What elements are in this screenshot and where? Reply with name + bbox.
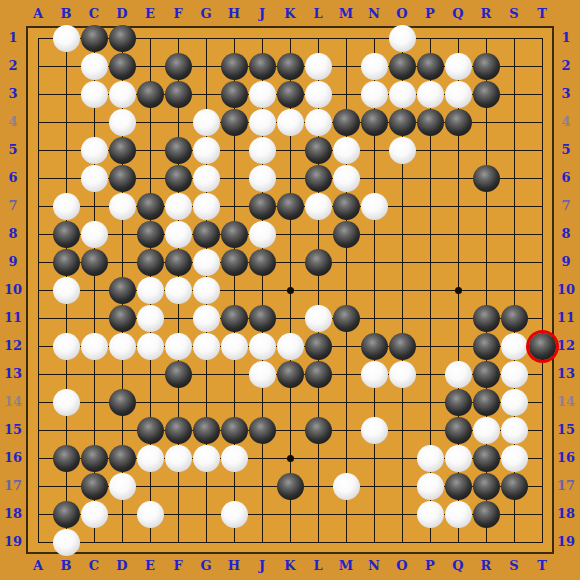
- stone-white[interactable]: [333, 137, 360, 164]
- intersection-S13[interactable]: [500, 360, 528, 388]
- intersection-C6[interactable]: [80, 164, 108, 192]
- stone-white[interactable]: [221, 501, 248, 528]
- stone-white[interactable]: [109, 193, 136, 220]
- intersection-F13[interactable]: [164, 360, 192, 388]
- stone-white[interactable]: [249, 109, 276, 136]
- stone-white[interactable]: [221, 333, 248, 360]
- intersection-Q16[interactable]: [444, 444, 472, 472]
- stone-black[interactable]: [137, 249, 164, 276]
- stone-black[interactable]: [137, 221, 164, 248]
- stone-white[interactable]: [249, 81, 276, 108]
- intersection-Q13[interactable]: [444, 360, 472, 388]
- intersection-R18[interactable]: [472, 500, 500, 528]
- stone-white[interactable]: [417, 81, 444, 108]
- stone-black[interactable]: [109, 137, 136, 164]
- intersection-N3[interactable]: [360, 80, 388, 108]
- intersection-C17[interactable]: [80, 472, 108, 500]
- intersection-D17[interactable]: [108, 472, 136, 500]
- intersection-F10[interactable]: [164, 276, 192, 304]
- intersection-C9[interactable]: [80, 248, 108, 276]
- intersection-E10[interactable]: [136, 276, 164, 304]
- intersection-F5[interactable]: [164, 136, 192, 164]
- intersection-O2[interactable]: [388, 52, 416, 80]
- stone-black[interactable]: [165, 53, 192, 80]
- intersection-D10[interactable]: [108, 276, 136, 304]
- intersection-G4[interactable]: [192, 108, 220, 136]
- stone-black[interactable]: [473, 473, 500, 500]
- stone-white[interactable]: [53, 529, 80, 556]
- stone-black[interactable]: [473, 305, 500, 332]
- intersection-N13[interactable]: [360, 360, 388, 388]
- intersection-C1[interactable]: [80, 24, 108, 52]
- intersection-Q4[interactable]: [444, 108, 472, 136]
- stone-white[interactable]: [109, 109, 136, 136]
- intersection-D7[interactable]: [108, 192, 136, 220]
- stone-white[interactable]: [305, 305, 332, 332]
- stone-black[interactable]: [473, 81, 500, 108]
- stone-white[interactable]: [361, 361, 388, 388]
- stone-white[interactable]: [53, 333, 80, 360]
- intersection-G11[interactable]: [192, 304, 220, 332]
- intersection-E18[interactable]: [136, 500, 164, 528]
- stone-black[interactable]: [277, 473, 304, 500]
- intersection-K2[interactable]: [276, 52, 304, 80]
- intersection-B16[interactable]: [52, 444, 80, 472]
- intersection-Q15[interactable]: [444, 416, 472, 444]
- intersection-S14[interactable]: [500, 388, 528, 416]
- intersection-P18[interactable]: [416, 500, 444, 528]
- intersection-C18[interactable]: [80, 500, 108, 528]
- stone-white[interactable]: [109, 81, 136, 108]
- stone-black[interactable]: [109, 389, 136, 416]
- stone-white[interactable]: [81, 501, 108, 528]
- intersection-K13[interactable]: [276, 360, 304, 388]
- stone-white[interactable]: [165, 221, 192, 248]
- intersection-E9[interactable]: [136, 248, 164, 276]
- stone-white[interactable]: [361, 417, 388, 444]
- stone-black[interactable]: [389, 109, 416, 136]
- stone-black[interactable]: [501, 473, 528, 500]
- stone-white[interactable]: [501, 445, 528, 472]
- intersection-R13[interactable]: [472, 360, 500, 388]
- stone-white[interactable]: [137, 305, 164, 332]
- stone-black[interactable]: [221, 417, 248, 444]
- intersection-R6[interactable]: [472, 164, 500, 192]
- stone-white[interactable]: [109, 333, 136, 360]
- intersection-D2[interactable]: [108, 52, 136, 80]
- stone-black[interactable]: [333, 109, 360, 136]
- stone-white[interactable]: [53, 193, 80, 220]
- intersection-S12[interactable]: [500, 332, 528, 360]
- intersection-B1[interactable]: [52, 24, 80, 52]
- stone-black[interactable]: [361, 109, 388, 136]
- stone-white[interactable]: [137, 501, 164, 528]
- stone-black[interactable]: [305, 137, 332, 164]
- stone-black[interactable]: [445, 473, 472, 500]
- intersection-G5[interactable]: [192, 136, 220, 164]
- stone-white[interactable]: [249, 361, 276, 388]
- intersection-N4[interactable]: [360, 108, 388, 136]
- intersection-R15[interactable]: [472, 416, 500, 444]
- intersection-S15[interactable]: [500, 416, 528, 444]
- intersection-N7[interactable]: [360, 192, 388, 220]
- stone-black[interactable]: [417, 109, 444, 136]
- stone-white[interactable]: [221, 445, 248, 472]
- stone-black[interactable]: [501, 305, 528, 332]
- intersection-J13[interactable]: [248, 360, 276, 388]
- intersection-T12[interactable]: [528, 332, 556, 360]
- intersection-J4[interactable]: [248, 108, 276, 136]
- intersection-H11[interactable]: [220, 304, 248, 332]
- intersection-P17[interactable]: [416, 472, 444, 500]
- stone-white[interactable]: [473, 417, 500, 444]
- stone-white[interactable]: [277, 109, 304, 136]
- intersection-R3[interactable]: [472, 80, 500, 108]
- intersection-B12[interactable]: [52, 332, 80, 360]
- stone-black[interactable]: [305, 417, 332, 444]
- intersection-R14[interactable]: [472, 388, 500, 416]
- intersection-C2[interactable]: [80, 52, 108, 80]
- stone-black[interactable]: [389, 333, 416, 360]
- intersection-J11[interactable]: [248, 304, 276, 332]
- stone-black[interactable]: [417, 53, 444, 80]
- stone-white[interactable]: [193, 193, 220, 220]
- stone-white[interactable]: [137, 445, 164, 472]
- intersection-O12[interactable]: [388, 332, 416, 360]
- intersection-B7[interactable]: [52, 192, 80, 220]
- intersection-K12[interactable]: [276, 332, 304, 360]
- stone-white[interactable]: [249, 333, 276, 360]
- intersection-M11[interactable]: [332, 304, 360, 332]
- stone-black[interactable]: [165, 165, 192, 192]
- intersection-G8[interactable]: [192, 220, 220, 248]
- intersection-C8[interactable]: [80, 220, 108, 248]
- stone-black[interactable]: [333, 221, 360, 248]
- stone-black-last-move[interactable]: [529, 333, 556, 360]
- intersection-S17[interactable]: [500, 472, 528, 500]
- intersection-D16[interactable]: [108, 444, 136, 472]
- intersection-P2[interactable]: [416, 52, 444, 80]
- stone-black[interactable]: [473, 501, 500, 528]
- stone-black[interactable]: [221, 109, 248, 136]
- stone-white[interactable]: [445, 53, 472, 80]
- intersection-F15[interactable]: [164, 416, 192, 444]
- stone-white[interactable]: [193, 137, 220, 164]
- stone-white[interactable]: [249, 165, 276, 192]
- intersection-J9[interactable]: [248, 248, 276, 276]
- stone-black[interactable]: [473, 361, 500, 388]
- intersection-H2[interactable]: [220, 52, 248, 80]
- intersection-B9[interactable]: [52, 248, 80, 276]
- stone-white[interactable]: [193, 277, 220, 304]
- intersection-O4[interactable]: [388, 108, 416, 136]
- intersection-G9[interactable]: [192, 248, 220, 276]
- stone-black[interactable]: [109, 53, 136, 80]
- intersection-P16[interactable]: [416, 444, 444, 472]
- stone-white[interactable]: [193, 109, 220, 136]
- stone-black[interactable]: [361, 333, 388, 360]
- stone-black[interactable]: [109, 25, 136, 52]
- stone-black[interactable]: [53, 249, 80, 276]
- intersection-K17[interactable]: [276, 472, 304, 500]
- stone-black[interactable]: [277, 81, 304, 108]
- intersection-L5[interactable]: [304, 136, 332, 164]
- stone-black[interactable]: [305, 165, 332, 192]
- intersection-L9[interactable]: [304, 248, 332, 276]
- intersection-F8[interactable]: [164, 220, 192, 248]
- stone-white[interactable]: [53, 25, 80, 52]
- stone-white[interactable]: [501, 389, 528, 416]
- stone-black[interactable]: [221, 53, 248, 80]
- intersection-J7[interactable]: [248, 192, 276, 220]
- stone-black[interactable]: [81, 249, 108, 276]
- intersection-D11[interactable]: [108, 304, 136, 332]
- intersection-Q3[interactable]: [444, 80, 472, 108]
- stone-black[interactable]: [165, 417, 192, 444]
- intersection-J12[interactable]: [248, 332, 276, 360]
- intersection-J2[interactable]: [248, 52, 276, 80]
- stone-black[interactable]: [249, 53, 276, 80]
- stone-black[interactable]: [221, 221, 248, 248]
- intersection-N2[interactable]: [360, 52, 388, 80]
- stone-white[interactable]: [389, 137, 416, 164]
- stone-white[interactable]: [417, 501, 444, 528]
- stone-white[interactable]: [53, 389, 80, 416]
- intersection-H16[interactable]: [220, 444, 248, 472]
- stone-black[interactable]: [137, 81, 164, 108]
- intersection-L15[interactable]: [304, 416, 332, 444]
- intersection-D1[interactable]: [108, 24, 136, 52]
- intersection-R17[interactable]: [472, 472, 500, 500]
- stone-black[interactable]: [109, 305, 136, 332]
- stone-white[interactable]: [165, 333, 192, 360]
- intersection-E8[interactable]: [136, 220, 164, 248]
- stone-black[interactable]: [277, 53, 304, 80]
- intersection-M8[interactable]: [332, 220, 360, 248]
- stone-white[interactable]: [445, 501, 472, 528]
- intersection-K3[interactable]: [276, 80, 304, 108]
- stone-white[interactable]: [193, 249, 220, 276]
- intersection-G6[interactable]: [192, 164, 220, 192]
- intersection-J15[interactable]: [248, 416, 276, 444]
- stone-white[interactable]: [417, 473, 444, 500]
- stone-black[interactable]: [221, 305, 248, 332]
- stone-black[interactable]: [137, 417, 164, 444]
- stone-white[interactable]: [193, 445, 220, 472]
- intersection-D12[interactable]: [108, 332, 136, 360]
- intersection-J5[interactable]: [248, 136, 276, 164]
- intersection-M5[interactable]: [332, 136, 360, 164]
- intersection-C12[interactable]: [80, 332, 108, 360]
- intersection-R2[interactable]: [472, 52, 500, 80]
- intersection-G16[interactable]: [192, 444, 220, 472]
- intersection-L11[interactable]: [304, 304, 332, 332]
- intersection-R16[interactable]: [472, 444, 500, 472]
- stone-white[interactable]: [53, 277, 80, 304]
- stone-black[interactable]: [473, 333, 500, 360]
- stone-black[interactable]: [221, 249, 248, 276]
- stone-black[interactable]: [333, 193, 360, 220]
- stone-white[interactable]: [165, 445, 192, 472]
- intersection-L7[interactable]: [304, 192, 332, 220]
- stone-black[interactable]: [305, 361, 332, 388]
- intersection-D6[interactable]: [108, 164, 136, 192]
- stone-black[interactable]: [165, 81, 192, 108]
- intersection-H4[interactable]: [220, 108, 248, 136]
- intersection-O3[interactable]: [388, 80, 416, 108]
- stone-white[interactable]: [81, 165, 108, 192]
- intersection-L13[interactable]: [304, 360, 332, 388]
- intersection-M4[interactable]: [332, 108, 360, 136]
- intersection-N15[interactable]: [360, 416, 388, 444]
- stone-white[interactable]: [109, 473, 136, 500]
- intersection-L2[interactable]: [304, 52, 332, 80]
- stone-white[interactable]: [305, 193, 332, 220]
- stone-black[interactable]: [193, 221, 220, 248]
- intersection-L6[interactable]: [304, 164, 332, 192]
- stone-white[interactable]: [81, 53, 108, 80]
- intersection-F12[interactable]: [164, 332, 192, 360]
- stone-white[interactable]: [249, 137, 276, 164]
- stone-black[interactable]: [53, 501, 80, 528]
- stone-black[interactable]: [109, 277, 136, 304]
- intersection-O13[interactable]: [388, 360, 416, 388]
- stone-black[interactable]: [305, 333, 332, 360]
- intersection-F9[interactable]: [164, 248, 192, 276]
- intersection-O5[interactable]: [388, 136, 416, 164]
- intersection-H9[interactable]: [220, 248, 248, 276]
- stone-white[interactable]: [389, 25, 416, 52]
- intersection-S16[interactable]: [500, 444, 528, 472]
- stone-white[interactable]: [81, 137, 108, 164]
- stone-white[interactable]: [277, 333, 304, 360]
- stone-black[interactable]: [333, 305, 360, 332]
- stone-black[interactable]: [249, 305, 276, 332]
- stone-white[interactable]: [445, 445, 472, 472]
- intersection-K7[interactable]: [276, 192, 304, 220]
- intersection-E7[interactable]: [136, 192, 164, 220]
- stone-black[interactable]: [193, 417, 220, 444]
- stone-black[interactable]: [445, 417, 472, 444]
- intersection-G7[interactable]: [192, 192, 220, 220]
- stone-white[interactable]: [417, 445, 444, 472]
- intersection-G12[interactable]: [192, 332, 220, 360]
- stone-white[interactable]: [389, 81, 416, 108]
- stone-white[interactable]: [445, 81, 472, 108]
- intersection-Q2[interactable]: [444, 52, 472, 80]
- intersection-F2[interactable]: [164, 52, 192, 80]
- intersection-R11[interactable]: [472, 304, 500, 332]
- stone-black[interactable]: [249, 417, 276, 444]
- stone-white[interactable]: [81, 333, 108, 360]
- intersection-H3[interactable]: [220, 80, 248, 108]
- intersection-L3[interactable]: [304, 80, 332, 108]
- intersection-G15[interactable]: [192, 416, 220, 444]
- intersection-C3[interactable]: [80, 80, 108, 108]
- intersection-F16[interactable]: [164, 444, 192, 472]
- stone-black[interactable]: [81, 445, 108, 472]
- stone-black[interactable]: [165, 249, 192, 276]
- stone-black[interactable]: [249, 193, 276, 220]
- stone-black[interactable]: [221, 81, 248, 108]
- stone-layer[interactable]: [24, 24, 556, 556]
- intersection-D4[interactable]: [108, 108, 136, 136]
- intersection-D14[interactable]: [108, 388, 136, 416]
- stone-black[interactable]: [165, 137, 192, 164]
- intersection-E12[interactable]: [136, 332, 164, 360]
- intersection-L12[interactable]: [304, 332, 332, 360]
- intersection-D3[interactable]: [108, 80, 136, 108]
- stone-black[interactable]: [249, 249, 276, 276]
- stone-black[interactable]: [109, 445, 136, 472]
- stone-black[interactable]: [109, 165, 136, 192]
- intersection-B8[interactable]: [52, 220, 80, 248]
- stone-black[interactable]: [473, 165, 500, 192]
- stone-black[interactable]: [473, 445, 500, 472]
- stone-white[interactable]: [305, 109, 332, 136]
- intersection-C16[interactable]: [80, 444, 108, 472]
- stone-white[interactable]: [165, 193, 192, 220]
- intersection-E16[interactable]: [136, 444, 164, 472]
- stone-black[interactable]: [137, 193, 164, 220]
- stone-white[interactable]: [165, 277, 192, 304]
- intersection-H18[interactable]: [220, 500, 248, 528]
- stone-white[interactable]: [445, 361, 472, 388]
- stone-white[interactable]: [305, 81, 332, 108]
- stone-black[interactable]: [305, 249, 332, 276]
- intersection-F7[interactable]: [164, 192, 192, 220]
- stone-white[interactable]: [193, 165, 220, 192]
- stone-black[interactable]: [445, 109, 472, 136]
- stone-black[interactable]: [277, 361, 304, 388]
- intersection-M17[interactable]: [332, 472, 360, 500]
- intersection-O1[interactable]: [388, 24, 416, 52]
- intersection-E3[interactable]: [136, 80, 164, 108]
- stone-white[interactable]: [305, 53, 332, 80]
- intersection-J3[interactable]: [248, 80, 276, 108]
- stone-black[interactable]: [81, 25, 108, 52]
- intersection-E15[interactable]: [136, 416, 164, 444]
- stone-black[interactable]: [165, 361, 192, 388]
- stone-white[interactable]: [501, 361, 528, 388]
- intersection-N12[interactable]: [360, 332, 388, 360]
- stone-black[interactable]: [81, 473, 108, 500]
- intersection-F6[interactable]: [164, 164, 192, 192]
- intersection-R12[interactable]: [472, 332, 500, 360]
- intersection-J8[interactable]: [248, 220, 276, 248]
- intersection-P3[interactable]: [416, 80, 444, 108]
- stone-black[interactable]: [473, 389, 500, 416]
- intersection-C5[interactable]: [80, 136, 108, 164]
- intersection-H12[interactable]: [220, 332, 248, 360]
- intersection-J6[interactable]: [248, 164, 276, 192]
- stone-black[interactable]: [389, 53, 416, 80]
- intersection-B19[interactable]: [52, 528, 80, 556]
- intersection-E11[interactable]: [136, 304, 164, 332]
- stone-white[interactable]: [361, 193, 388, 220]
- intersection-D5[interactable]: [108, 136, 136, 164]
- stone-white[interactable]: [137, 333, 164, 360]
- stone-black[interactable]: [53, 445, 80, 472]
- stone-white[interactable]: [333, 165, 360, 192]
- intersection-P4[interactable]: [416, 108, 444, 136]
- stone-white[interactable]: [81, 221, 108, 248]
- intersection-S11[interactable]: [500, 304, 528, 332]
- stone-black[interactable]: [53, 221, 80, 248]
- intersection-Q14[interactable]: [444, 388, 472, 416]
- stone-white[interactable]: [501, 333, 528, 360]
- stone-white[interactable]: [193, 305, 220, 332]
